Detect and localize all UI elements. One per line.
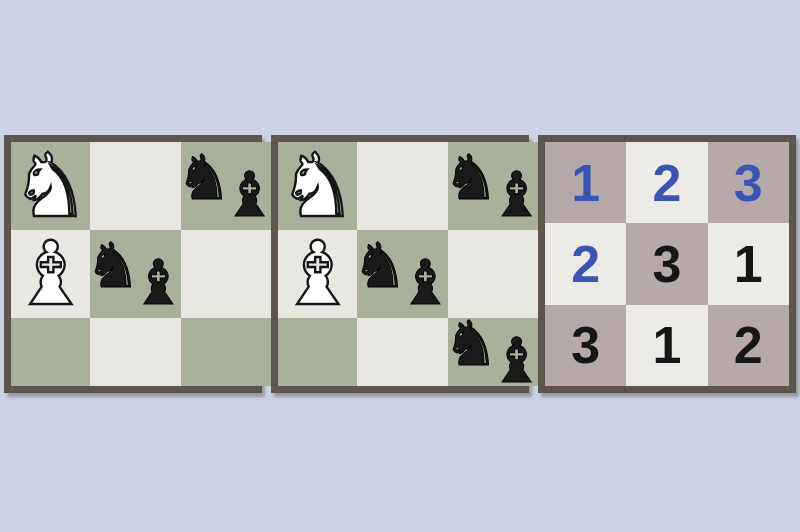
answer-cell-a3: 1: [545, 142, 626, 223]
black-bishop-icon: ♝: [222, 164, 278, 226]
answer-number: 1: [653, 315, 682, 375]
answer-number: 3: [653, 234, 682, 294]
board2-cell-a2: ♝: [278, 230, 357, 318]
board1-cell-c3: ♞ ♝: [181, 142, 272, 230]
board2-cell-b3: [357, 142, 448, 230]
board2-cell-c1: ♞ ♝: [448, 318, 539, 386]
chess-board-2: ♞ ♞ ♝ ♝ ♞ ♝ ♞ ♝: [271, 135, 529, 393]
white-knight-icon: ♞: [278, 142, 357, 230]
board1-cell-a2: ♝: [11, 230, 90, 318]
board1-cell-c2: [181, 230, 272, 318]
board1-cell-a1: [11, 318, 90, 386]
answer-cell-c3: 3: [708, 142, 789, 223]
board2-cell-c2: [448, 230, 539, 318]
board1-cell-b3: [90, 142, 181, 230]
answer-number: 3: [734, 153, 763, 213]
board2-cell-b1: [357, 318, 448, 386]
board2-cell-a1: [278, 318, 357, 386]
board2-cell-a3: ♞: [278, 142, 357, 230]
answer-number: 2: [653, 153, 682, 213]
black-bishop-icon: ♝: [130, 252, 186, 314]
answer-number: 1: [571, 153, 600, 213]
white-bishop-icon: ♝: [278, 230, 357, 318]
answer-cell-a2: 2: [545, 223, 626, 304]
white-bishop-icon: ♝: [11, 230, 90, 318]
answer-cell-b3: 2: [626, 142, 707, 223]
answer-cell-b2: 3: [626, 223, 707, 304]
answer-cell-c1: 2: [708, 305, 789, 386]
black-bishop-icon: ♝: [489, 330, 545, 392]
white-knight-icon: ♞: [11, 142, 90, 230]
answer-number: 2: [734, 315, 763, 375]
black-bishop-icon: ♝: [397, 252, 453, 314]
chess-board-1: ♞ ♞ ♝ ♝ ♞ ♝: [4, 135, 262, 393]
board1-cell-b2: ♞ ♝: [90, 230, 181, 318]
answer-cell-a1: 3: [545, 305, 626, 386]
answer-number: 2: [571, 234, 600, 294]
board2-cell-b2: ♞ ♝: [357, 230, 448, 318]
answer-number: 3: [571, 315, 600, 375]
board1-cell-b1: [90, 318, 181, 386]
puzzle-figure: ♞ ♞ ♝ ♝ ♞ ♝ ♞ ♞ ♝ ♝ ♞ ♝: [4, 135, 796, 393]
board2-cell-c3: ♞ ♝: [448, 142, 539, 230]
black-bishop-icon: ♝: [489, 164, 545, 226]
board1-cell-c1: [181, 318, 272, 386]
board1-cell-a3: ♞: [11, 142, 90, 230]
answer-cell-c2: 1: [708, 223, 789, 304]
answer-number: 1: [734, 234, 763, 294]
answer-grid: 1 2 3 2 3 1 3 1 2: [538, 135, 796, 393]
answer-cell-b1: 1: [626, 305, 707, 386]
